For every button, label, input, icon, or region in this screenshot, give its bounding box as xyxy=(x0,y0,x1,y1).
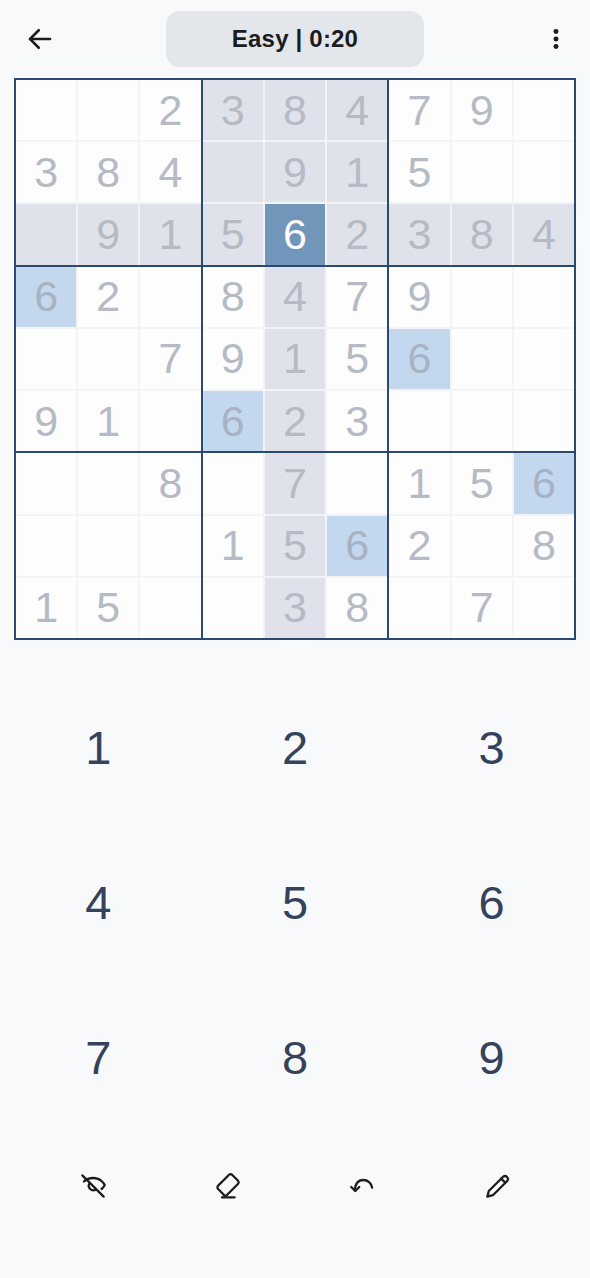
numpad-7[interactable]: 7 xyxy=(0,980,197,1135)
board-grid: 2384793849159156238462847979156916238715… xyxy=(16,80,574,638)
cell-r9c8[interactable]: 7 xyxy=(452,578,512,638)
cell-r9c7[interactable] xyxy=(389,578,449,638)
cell-r1c7[interactable]: 7 xyxy=(389,80,449,140)
undo-button[interactable] xyxy=(334,1157,392,1215)
cell-r8c8[interactable] xyxy=(452,516,512,576)
cell-r2c5[interactable]: 9 xyxy=(265,142,325,202)
cell-r1c6[interactable]: 4 xyxy=(327,80,387,140)
number-keypad: 123456789 xyxy=(0,670,590,1135)
pencil-icon xyxy=(482,1170,514,1202)
cell-r7c4[interactable] xyxy=(203,453,263,513)
cell-r2c8[interactable] xyxy=(452,142,512,202)
box-separator-vertical-2 xyxy=(387,80,389,638)
cell-r7c9[interactable]: 6 xyxy=(514,453,574,513)
cell-r1c5[interactable]: 8 xyxy=(265,80,325,140)
cell-r5c6[interactable]: 5 xyxy=(327,329,387,389)
bottom-toolbar xyxy=(0,1157,590,1215)
cell-r6c4[interactable]: 6 xyxy=(203,391,263,451)
cell-r1c3[interactable]: 2 xyxy=(140,80,200,140)
numpad-9[interactable]: 9 xyxy=(393,980,590,1135)
cell-r5c4[interactable]: 9 xyxy=(203,329,263,389)
cell-r8c6[interactable]: 6 xyxy=(327,516,387,576)
cell-r7c2[interactable] xyxy=(78,453,138,513)
kebab-menu-icon xyxy=(543,26,569,52)
cell-r9c2[interactable]: 5 xyxy=(78,578,138,638)
cell-r8c4[interactable]: 1 xyxy=(203,516,263,576)
cell-r7c1[interactable] xyxy=(16,453,76,513)
cell-r1c8[interactable]: 9 xyxy=(452,80,512,140)
cell-r4c7[interactable]: 9 xyxy=(389,267,449,327)
cell-r8c2[interactable] xyxy=(78,516,138,576)
cell-r9c3[interactable] xyxy=(140,578,200,638)
cell-r2c1[interactable]: 3 xyxy=(16,142,76,202)
cell-r6c2[interactable]: 1 xyxy=(78,391,138,451)
cell-r5c2[interactable] xyxy=(78,329,138,389)
cell-r1c2[interactable] xyxy=(78,80,138,140)
cell-r3c4[interactable]: 5 xyxy=(203,204,263,264)
cell-r3c6[interactable]: 2 xyxy=(327,204,387,264)
back-button[interactable] xyxy=(22,21,58,57)
cell-r7c5[interactable]: 7 xyxy=(265,453,325,513)
cell-r5c5[interactable]: 1 xyxy=(265,329,325,389)
cell-r5c7[interactable]: 6 xyxy=(389,329,449,389)
cell-r4c9[interactable] xyxy=(514,267,574,327)
cell-r2c4[interactable] xyxy=(203,142,263,202)
cell-r3c2[interactable]: 9 xyxy=(78,204,138,264)
cell-r7c8[interactable]: 5 xyxy=(452,453,512,513)
cell-r4c6[interactable]: 7 xyxy=(327,267,387,327)
numpad-6[interactable]: 6 xyxy=(393,825,590,980)
cell-r6c9[interactable] xyxy=(514,391,574,451)
cell-r9c9[interactable] xyxy=(514,578,574,638)
cell-r5c3[interactable]: 7 xyxy=(140,329,200,389)
cell-r3c3[interactable]: 1 xyxy=(140,204,200,264)
hide-pencil-button[interactable] xyxy=(64,1157,122,1215)
undo-icon xyxy=(347,1170,379,1202)
difficulty-timer-pill: Easy | 0:20 xyxy=(166,11,424,67)
cell-r1c9[interactable] xyxy=(514,80,574,140)
cell-r8c7[interactable]: 2 xyxy=(389,516,449,576)
cell-r6c3[interactable] xyxy=(140,391,200,451)
cell-r4c3[interactable] xyxy=(140,267,200,327)
notes-button[interactable] xyxy=(469,1157,527,1215)
menu-button[interactable] xyxy=(536,19,576,59)
eye-off-icon xyxy=(77,1170,109,1202)
cell-r3c8[interactable]: 8 xyxy=(452,204,512,264)
cell-r6c7[interactable] xyxy=(389,391,449,451)
eraser-icon xyxy=(212,1170,244,1202)
cell-r9c1[interactable]: 1 xyxy=(16,578,76,638)
cell-r6c1[interactable]: 9 xyxy=(16,391,76,451)
cell-r3c1[interactable] xyxy=(16,204,76,264)
cell-r2c7[interactable]: 5 xyxy=(389,142,449,202)
cell-r9c4[interactable] xyxy=(203,578,263,638)
sudoku-board: 2384793849159156238462847979156916238715… xyxy=(14,78,576,640)
cell-r8c9[interactable]: 8 xyxy=(514,516,574,576)
cell-r7c6[interactable] xyxy=(327,453,387,513)
cell-r9c6[interactable]: 8 xyxy=(327,578,387,638)
cell-r2c9[interactable] xyxy=(514,142,574,202)
cell-r2c2[interactable]: 8 xyxy=(78,142,138,202)
numpad-3[interactable]: 3 xyxy=(393,670,590,825)
cell-r8c1[interactable] xyxy=(16,516,76,576)
cell-r5c8[interactable] xyxy=(452,329,512,389)
cell-r8c5[interactable]: 5 xyxy=(265,516,325,576)
box-separator-horizontal-1 xyxy=(16,265,574,267)
cell-r6c5[interactable]: 2 xyxy=(265,391,325,451)
numpad-1[interactable]: 1 xyxy=(0,670,197,825)
cell-r2c6[interactable]: 1 xyxy=(327,142,387,202)
cell-r3c7[interactable]: 3 xyxy=(389,204,449,264)
pill-label: Easy | 0:20 xyxy=(232,25,358,53)
cell-r4c1[interactable]: 6 xyxy=(16,267,76,327)
cell-r8c3[interactable] xyxy=(140,516,200,576)
cell-r3c9[interactable]: 4 xyxy=(514,204,574,264)
arrow-left-icon xyxy=(25,24,55,54)
numpad-8[interactable]: 8 xyxy=(197,980,394,1135)
cell-r7c3[interactable]: 8 xyxy=(140,453,200,513)
cell-r5c1[interactable] xyxy=(16,329,76,389)
cell-r6c8[interactable] xyxy=(452,391,512,451)
cell-r2c3[interactable]: 4 xyxy=(140,142,200,202)
numpad-4[interactable]: 4 xyxy=(0,825,197,980)
cell-r4c8[interactable] xyxy=(452,267,512,327)
cell-r1c4[interactable]: 3 xyxy=(203,80,263,140)
cell-r7c7[interactable]: 1 xyxy=(389,453,449,513)
numpad-2[interactable]: 2 xyxy=(197,670,394,825)
cell-r4c4[interactable]: 8 xyxy=(203,267,263,327)
eraser-button[interactable] xyxy=(199,1157,257,1215)
cell-r3c5[interactable]: 6 xyxy=(265,204,325,264)
cell-r6c6[interactable]: 3 xyxy=(327,391,387,451)
app-header: Easy | 0:20 xyxy=(0,0,590,78)
cell-r4c5[interactable]: 4 xyxy=(265,267,325,327)
box-separator-horizontal-2 xyxy=(16,451,574,453)
cell-r1c1[interactable] xyxy=(16,80,76,140)
numpad-5[interactable]: 5 xyxy=(197,825,394,980)
cell-r9c5[interactable]: 3 xyxy=(265,578,325,638)
box-separator-vertical-1 xyxy=(201,80,203,638)
cell-r5c9[interactable] xyxy=(514,329,574,389)
cell-r4c2[interactable]: 2 xyxy=(78,267,138,327)
